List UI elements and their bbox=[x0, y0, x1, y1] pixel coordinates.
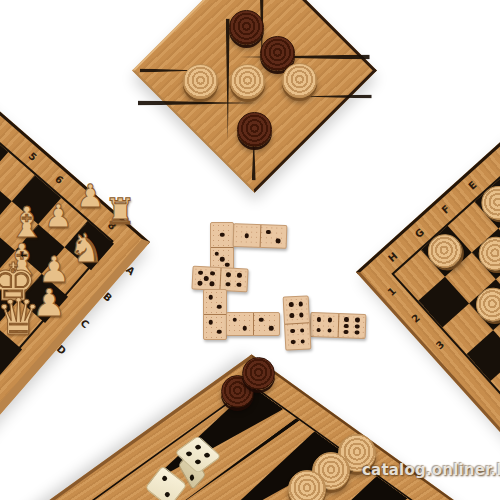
checker-light bbox=[288, 470, 326, 500]
rank-label: 5 bbox=[27, 150, 39, 163]
domino-half bbox=[227, 313, 253, 335]
product-photo-stage: 8 7 6 5 A B C D ♜ ♟ ♟ ♝ ♞ ♟ ♝ ♚ ♟ ♛ H G … bbox=[0, 0, 500, 500]
domino-half bbox=[192, 267, 220, 290]
file-label: E bbox=[466, 179, 478, 192]
domino-half bbox=[284, 296, 309, 323]
chess-piece-knight: ♞ bbox=[68, 228, 104, 268]
checker-light bbox=[183, 64, 218, 99]
domino bbox=[283, 295, 312, 350]
chess-piece-rook: ♜ bbox=[104, 194, 136, 230]
rank-label: 1 bbox=[386, 285, 399, 298]
checker-dark bbox=[229, 10, 264, 45]
checker-dark bbox=[242, 357, 275, 390]
domino-half bbox=[259, 225, 286, 248]
file-label: F bbox=[439, 203, 451, 216]
rank-label: 6 bbox=[53, 173, 65, 186]
file-label: D bbox=[55, 343, 68, 357]
file-label: H bbox=[386, 250, 400, 264]
checker-dark bbox=[237, 112, 272, 147]
domino-half bbox=[204, 314, 226, 339]
backgammon-field bbox=[35, 384, 471, 500]
domino bbox=[310, 312, 367, 339]
domino bbox=[203, 289, 227, 340]
die-two bbox=[150, 472, 186, 500]
file-label: G bbox=[413, 226, 426, 240]
rank-label: 2 bbox=[410, 312, 423, 325]
domino-half bbox=[311, 313, 338, 337]
domino-half bbox=[204, 290, 226, 314]
checkers-grid bbox=[391, 81, 500, 488]
file-label: A bbox=[124, 264, 137, 277]
domino bbox=[233, 223, 288, 249]
chess-piece-queen: ♛ bbox=[0, 292, 41, 342]
file-label: C bbox=[78, 317, 91, 330]
domino-half bbox=[211, 223, 233, 247]
checkers-board: H G F E 1 2 3 bbox=[356, 48, 500, 500]
domino-half bbox=[337, 314, 365, 338]
domino-half bbox=[219, 268, 248, 291]
domino-half bbox=[234, 224, 260, 247]
watermark: catalog.onliner.by bbox=[362, 461, 500, 479]
domino-half bbox=[285, 322, 310, 350]
point-triangle bbox=[138, 101, 256, 106]
checker-light bbox=[230, 64, 265, 99]
domino bbox=[210, 222, 234, 272]
file-label: B bbox=[101, 291, 114, 304]
die-one bbox=[182, 440, 222, 490]
rank-label: 3 bbox=[434, 339, 447, 352]
chess-piece-pawn: ♟ bbox=[76, 180, 105, 212]
domino bbox=[226, 312, 280, 336]
domino-half bbox=[253, 313, 280, 335]
checker-light bbox=[282, 63, 317, 98]
point-triangle bbox=[300, 95, 372, 99]
